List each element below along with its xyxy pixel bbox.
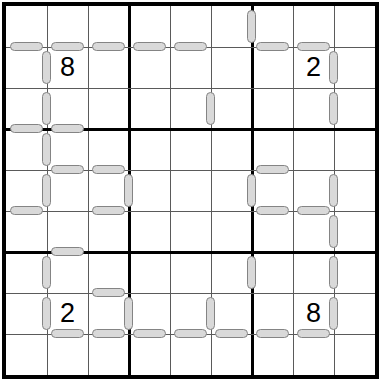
consecutive-marker-h-r8c5 bbox=[174, 329, 207, 338]
cell-r4c9[interactable] bbox=[334, 129, 375, 170]
cell-r8c6[interactable] bbox=[211, 293, 252, 334]
cell-r4c7[interactable] bbox=[252, 129, 293, 170]
cell-r1c3[interactable] bbox=[88, 6, 129, 47]
cell-r9c6[interactable] bbox=[211, 334, 252, 375]
puzzle-canvas: 8228 bbox=[0, 0, 383, 383]
cell-r2c7[interactable] bbox=[252, 47, 293, 88]
given-digit-r2c8[interactable]: 2 bbox=[293, 47, 334, 88]
cell-r3c1[interactable] bbox=[6, 88, 47, 129]
consecutive-marker-v-r5c3 bbox=[124, 174, 133, 207]
cell-r6c2[interactable] bbox=[47, 211, 88, 252]
cell-r3c3[interactable] bbox=[88, 88, 129, 129]
consecutive-marker-v-r6c8 bbox=[329, 215, 338, 248]
consecutive-marker-h-r6c2 bbox=[51, 247, 84, 256]
consecutive-marker-h-r4c2 bbox=[51, 165, 84, 174]
consecutive-marker-h-r3c2 bbox=[51, 124, 84, 133]
cell-r5c3[interactable] bbox=[88, 170, 129, 211]
cell-r4c8[interactable] bbox=[293, 129, 334, 170]
consecutive-marker-v-r8c1 bbox=[42, 297, 51, 330]
cell-r6c1[interactable] bbox=[6, 211, 47, 252]
cell-r1c4[interactable] bbox=[129, 6, 170, 47]
cell-r7c7[interactable] bbox=[252, 252, 293, 293]
cell-r7c1[interactable] bbox=[6, 252, 47, 293]
consecutive-marker-h-r8c7 bbox=[256, 329, 289, 338]
cell-r5c6[interactable] bbox=[211, 170, 252, 211]
cell-r4c4[interactable] bbox=[129, 129, 170, 170]
cell-r5c4[interactable] bbox=[129, 170, 170, 211]
consecutive-marker-v-r3c1 bbox=[42, 92, 51, 125]
given-digit-r2c2[interactable]: 8 bbox=[47, 47, 88, 88]
cell-r1c9[interactable] bbox=[334, 6, 375, 47]
cell-r2c1[interactable] bbox=[6, 47, 47, 88]
cell-r1c1[interactable] bbox=[6, 6, 47, 47]
consecutive-marker-h-r4c3 bbox=[92, 165, 125, 174]
consecutive-marker-h-r8c6 bbox=[215, 329, 248, 338]
consecutive-marker-h-r1c3 bbox=[92, 42, 125, 51]
cell-r8c5[interactable] bbox=[170, 293, 211, 334]
cell-r9c5[interactable] bbox=[170, 334, 211, 375]
cell-r7c6[interactable] bbox=[211, 252, 252, 293]
cell-r6c4[interactable] bbox=[129, 211, 170, 252]
given-digit-r8c8[interactable]: 8 bbox=[293, 293, 334, 334]
given-digit-r8c2[interactable]: 2 bbox=[47, 293, 88, 334]
cell-r8c3[interactable] bbox=[88, 293, 129, 334]
cell-r2c9[interactable] bbox=[334, 47, 375, 88]
consecutive-marker-h-r1c8 bbox=[297, 42, 330, 51]
cell-r5c5[interactable] bbox=[170, 170, 211, 211]
cell-r6c6[interactable] bbox=[211, 211, 252, 252]
consecutive-marker-h-r8c4 bbox=[133, 329, 166, 338]
cell-r5c2[interactable] bbox=[47, 170, 88, 211]
consecutive-marker-h-r1c2 bbox=[51, 42, 84, 51]
cell-r8c1[interactable] bbox=[6, 293, 47, 334]
cell-r9c7[interactable] bbox=[252, 334, 293, 375]
cell-r1c8[interactable] bbox=[293, 6, 334, 47]
cell-r6c9[interactable] bbox=[334, 211, 375, 252]
cell-r7c3[interactable] bbox=[88, 252, 129, 293]
consecutive-marker-v-r4c1 bbox=[42, 133, 51, 166]
cell-r7c4[interactable] bbox=[129, 252, 170, 293]
cell-r2c4[interactable] bbox=[129, 47, 170, 88]
cell-r4c1[interactable] bbox=[6, 129, 47, 170]
cell-r9c3[interactable] bbox=[88, 334, 129, 375]
consecutive-marker-h-r1c4 bbox=[133, 42, 166, 51]
consecutive-marker-h-r8c3 bbox=[92, 329, 125, 338]
cell-r1c2[interactable] bbox=[47, 6, 88, 47]
cell-r9c2[interactable] bbox=[47, 334, 88, 375]
consecutive-marker-v-r8c8 bbox=[329, 297, 338, 330]
consecutive-marker-h-r1c5 bbox=[174, 42, 207, 51]
cell-r2c3[interactable] bbox=[88, 47, 129, 88]
cell-r4c3[interactable] bbox=[88, 129, 129, 170]
sudoku-board: 8228 bbox=[2, 2, 379, 379]
cell-r5c9[interactable] bbox=[334, 170, 375, 211]
consecutive-marker-h-r3c1 bbox=[10, 124, 43, 133]
cell-r5c8[interactable] bbox=[293, 170, 334, 211]
cell-r2c5[interactable] bbox=[170, 47, 211, 88]
cell-r8c4[interactable] bbox=[129, 293, 170, 334]
consecutive-marker-v-r2c8 bbox=[329, 51, 338, 84]
cell-r6c3[interactable] bbox=[88, 211, 129, 252]
cell-r6c5[interactable] bbox=[170, 211, 211, 252]
consecutive-marker-v-r7c8 bbox=[329, 256, 338, 289]
consecutive-marker-v-r8c5 bbox=[206, 297, 215, 330]
cell-r3c5[interactable] bbox=[170, 88, 211, 129]
cell-r4c6[interactable] bbox=[211, 129, 252, 170]
consecutive-marker-v-r7c1 bbox=[42, 256, 51, 289]
cell-r3c8[interactable] bbox=[293, 88, 334, 129]
consecutive-marker-v-r5c8 bbox=[329, 174, 338, 207]
consecutive-marker-v-r5c6 bbox=[247, 174, 256, 207]
cell-r9c1[interactable] bbox=[6, 334, 47, 375]
cell-r9c4[interactable] bbox=[129, 334, 170, 375]
cell-r6c7[interactable] bbox=[252, 211, 293, 252]
cell-r1c6[interactable] bbox=[211, 6, 252, 47]
consecutive-marker-v-r1c6 bbox=[247, 10, 256, 43]
consecutive-marker-v-r2c1 bbox=[42, 51, 51, 84]
sudoku-grid: 8228 bbox=[6, 6, 375, 375]
consecutive-marker-h-r8c8 bbox=[297, 329, 330, 338]
consecutive-marker-h-r5c8 bbox=[297, 206, 330, 215]
cell-r7c5[interactable] bbox=[170, 252, 211, 293]
cell-r3c4[interactable] bbox=[129, 88, 170, 129]
cell-r8c9[interactable] bbox=[334, 293, 375, 334]
consecutive-marker-h-r7c3 bbox=[92, 288, 125, 297]
cell-r8c7[interactable] bbox=[252, 293, 293, 334]
consecutive-marker-h-r1c7 bbox=[256, 42, 289, 51]
consecutive-marker-h-r5c7 bbox=[256, 206, 289, 215]
cell-r7c9[interactable] bbox=[334, 252, 375, 293]
consecutive-marker-h-r5c1 bbox=[10, 206, 43, 215]
cell-r7c8[interactable] bbox=[293, 252, 334, 293]
consecutive-marker-v-r7c6 bbox=[247, 256, 256, 289]
consecutive-marker-v-r3c5 bbox=[206, 92, 215, 125]
consecutive-marker-h-r8c2 bbox=[51, 329, 84, 338]
cell-r5c7[interactable] bbox=[252, 170, 293, 211]
consecutive-marker-v-r3c8 bbox=[329, 92, 338, 125]
consecutive-marker-v-r8c3 bbox=[124, 297, 133, 330]
cell-r4c5[interactable] bbox=[170, 129, 211, 170]
consecutive-marker-h-r5c3 bbox=[92, 206, 125, 215]
consecutive-marker-h-r4c7 bbox=[256, 165, 289, 174]
cell-r6c8[interactable] bbox=[293, 211, 334, 252]
consecutive-marker-v-r5c1 bbox=[42, 174, 51, 207]
cell-r7c2[interactable] bbox=[47, 252, 88, 293]
cell-r3c6[interactable] bbox=[211, 88, 252, 129]
cell-r1c5[interactable] bbox=[170, 6, 211, 47]
cell-r9c8[interactable] bbox=[293, 334, 334, 375]
cell-r5c1[interactable] bbox=[6, 170, 47, 211]
consecutive-marker-h-r1c1 bbox=[10, 42, 43, 51]
cell-r3c7[interactable] bbox=[252, 88, 293, 129]
cell-r3c9[interactable] bbox=[334, 88, 375, 129]
cell-r9c9[interactable] bbox=[334, 334, 375, 375]
cell-r1c7[interactable] bbox=[252, 6, 293, 47]
cell-r3c2[interactable] bbox=[47, 88, 88, 129]
cell-r4c2[interactable] bbox=[47, 129, 88, 170]
cell-r2c6[interactable] bbox=[211, 47, 252, 88]
